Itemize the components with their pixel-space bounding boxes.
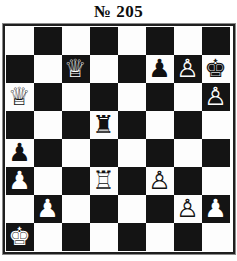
black-pawn-piece: ♟ [148,55,170,83]
square-h1[interactable] [202,223,230,251]
square-c6[interactable] [62,83,90,111]
square-h6[interactable]: ♙ [202,83,230,111]
square-f7[interactable]: ♟ [146,55,174,83]
white-queen-piece: ♕ [8,83,30,111]
square-c8[interactable] [62,27,90,55]
square-a7[interactable] [6,55,34,83]
square-h8[interactable] [202,27,230,55]
black-pawn-piece: ♙ [176,55,198,83]
white-pawn-piece: ♙ [176,195,198,223]
square-h3[interactable] [202,167,230,195]
black-king-piece: ♚ [204,55,226,83]
square-g3[interactable] [174,167,202,195]
square-e2[interactable] [118,195,146,223]
square-d8[interactable] [90,27,118,55]
white-pawn-piece: ♟ [204,195,226,223]
square-g7[interactable]: ♙ [174,55,202,83]
square-g2[interactable]: ♙ [174,195,202,223]
square-e7[interactable] [118,55,146,83]
square-d6[interactable] [90,83,118,111]
chess-board: ♕♟♙♚♕♙♜♟♟♖♙♟♙♟♚ [3,24,235,254]
square-a5[interactable] [6,111,34,139]
square-e5[interactable] [118,111,146,139]
square-h5[interactable] [202,111,230,139]
square-e6[interactable] [118,83,146,111]
square-c7[interactable]: ♕ [62,55,90,83]
square-a3[interactable]: ♟ [6,167,34,195]
square-a8[interactable] [6,27,34,55]
problem-number-title: № 205 [0,0,237,24]
square-f4[interactable] [146,139,174,167]
square-g4[interactable] [174,139,202,167]
white-pawn-piece: ♟ [8,167,30,195]
square-b2[interactable]: ♟ [34,195,62,223]
square-g1[interactable] [174,223,202,251]
black-rook-piece: ♜ [92,111,114,139]
square-h2[interactable]: ♟ [202,195,230,223]
square-f8[interactable] [146,27,174,55]
square-b3[interactable] [34,167,62,195]
square-b6[interactable] [34,83,62,111]
square-g6[interactable] [174,83,202,111]
square-h7[interactable]: ♚ [202,55,230,83]
square-a6[interactable]: ♕ [6,83,34,111]
square-f2[interactable] [146,195,174,223]
white-pawn-piece: ♙ [148,167,170,195]
diagram-page: № 205 ♕♟♙♚♕♙♜♟♟♖♙♟♙♟♚ [0,0,237,261]
square-f6[interactable] [146,83,174,111]
square-f1[interactable] [146,223,174,251]
square-g8[interactable] [174,27,202,55]
square-h4[interactable] [202,139,230,167]
square-e4[interactable] [118,139,146,167]
square-b8[interactable] [34,27,62,55]
black-pawn-piece: ♙ [204,83,226,111]
square-b5[interactable] [34,111,62,139]
board-grid: ♕♟♙♚♕♙♜♟♟♖♙♟♙♟♚ [6,27,232,251]
square-d4[interactable] [90,139,118,167]
square-f5[interactable] [146,111,174,139]
square-a2[interactable] [6,195,34,223]
square-e8[interactable] [118,27,146,55]
square-c4[interactable] [62,139,90,167]
square-e1[interactable] [118,223,146,251]
square-c1[interactable] [62,223,90,251]
square-d3[interactable]: ♖ [90,167,118,195]
white-pawn-piece: ♟ [36,195,58,223]
square-c2[interactable] [62,195,90,223]
square-d7[interactable] [90,55,118,83]
square-d2[interactable] [90,195,118,223]
square-b1[interactable] [34,223,62,251]
square-c3[interactable] [62,167,90,195]
black-queen-piece: ♕ [64,55,86,83]
square-g5[interactable] [174,111,202,139]
square-b4[interactable] [34,139,62,167]
square-d5[interactable]: ♜ [90,111,118,139]
black-pawn-piece: ♟ [8,139,30,167]
square-b7[interactable] [34,55,62,83]
white-rook-piece: ♖ [92,167,114,195]
square-e3[interactable] [118,167,146,195]
white-king-piece: ♚ [8,223,30,251]
square-f3[interactable]: ♙ [146,167,174,195]
square-c5[interactable] [62,111,90,139]
square-a4[interactable]: ♟ [6,139,34,167]
square-d1[interactable] [90,223,118,251]
square-a1[interactable]: ♚ [6,223,34,251]
